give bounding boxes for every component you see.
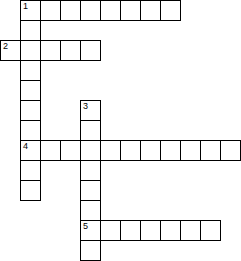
crossword-cell[interactable] [80,120,101,141]
crossword-cell[interactable] [140,220,161,241]
crossword-cell[interactable] [120,140,141,161]
crossword-cell[interactable] [20,120,41,141]
crossword-cell[interactable]: 3 [80,100,101,121]
crossword-cell[interactable] [40,40,61,61]
clue-number: 3 [83,101,88,111]
crossword-cell[interactable] [100,0,121,21]
crossword-cell[interactable] [20,80,41,101]
crossword-cell[interactable] [40,140,61,161]
crossword-cell[interactable]: 4 [20,140,41,161]
crossword-cell[interactable] [160,140,181,161]
crossword-cell[interactable] [120,0,141,21]
crossword-cell[interactable] [180,140,201,161]
crossword-cell[interactable] [20,40,41,61]
crossword-cell[interactable] [80,200,101,221]
crossword-cell[interactable] [200,220,221,241]
crossword-cell[interactable] [100,220,121,241]
crossword-cell[interactable] [140,0,161,21]
crossword-cell[interactable] [80,40,101,61]
crossword-cell[interactable] [80,160,101,181]
crossword-cell[interactable] [100,140,121,161]
crossword-cell[interactable] [60,0,81,21]
crossword-cell[interactable] [20,60,41,81]
crossword-cell[interactable] [20,100,41,121]
crossword-cell[interactable] [20,160,41,181]
crossword-cell[interactable] [40,0,61,21]
crossword-cell[interactable] [200,140,221,161]
crossword-cell[interactable] [80,0,101,21]
crossword-cell[interactable] [20,180,41,201]
crossword-cell[interactable] [160,0,181,21]
crossword-cell[interactable] [60,140,81,161]
crossword-cell[interactable] [60,40,81,61]
clue-number: 2 [3,41,8,51]
crossword-cell[interactable] [140,140,161,161]
crossword-cell[interactable] [80,240,101,261]
crossword-cell[interactable] [80,180,101,201]
crossword-cell[interactable] [220,140,241,161]
clue-number: 1 [23,1,28,11]
crossword-cell[interactable]: 1 [20,0,41,21]
crossword-page: 12345 [0,0,241,261]
crossword-cell[interactable]: 5 [80,220,101,241]
clue-number: 5 [83,221,88,231]
crossword-cell[interactable] [80,140,101,161]
crossword-grid: 12345 [0,0,241,261]
crossword-cell[interactable] [120,220,141,241]
crossword-cell[interactable] [180,220,201,241]
crossword-cell[interactable] [160,220,181,241]
crossword-cell[interactable] [20,20,41,41]
clue-number: 4 [23,141,28,151]
crossword-cell[interactable]: 2 [0,40,21,61]
